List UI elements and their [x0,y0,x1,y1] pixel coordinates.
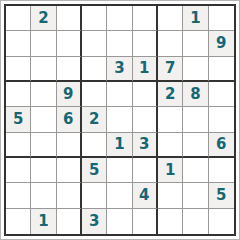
digit: 3 [139,137,149,152]
cell-r7c6[interactable] [133,158,158,183]
cell-r1c7[interactable] [158,6,183,31]
cell-r9c3[interactable] [57,209,82,234]
digit: 2 [165,87,175,102]
cell-r4c9[interactable] [209,82,234,107]
cell-r6c2[interactable] [31,133,56,158]
cell-r1c3[interactable] [57,6,82,31]
digit: 1 [139,61,149,76]
cell-r2c1[interactable] [6,31,31,56]
cell-r3c8[interactable] [183,57,208,82]
cell-r7c7[interactable]: 1 [158,158,183,183]
cell-r8c3[interactable] [57,183,82,208]
cell-r8c8[interactable] [183,183,208,208]
cell-r2c7[interactable] [158,31,183,56]
cell-r5c2[interactable] [31,107,56,132]
cell-r3c9[interactable] [209,57,234,82]
cell-r6c5[interactable]: 1 [107,133,132,158]
cell-r2c5[interactable] [107,31,132,56]
digit: 4 [139,188,149,203]
cell-r4c1[interactable] [6,82,31,107]
cell-r1c8[interactable]: 1 [183,6,208,31]
sudoku-board: 219317928562136514513 [4,4,236,236]
cell-r9c6[interactable] [133,209,158,234]
digit: 7 [165,61,175,76]
cell-r4c7[interactable]: 2 [158,82,183,107]
cell-r8c2[interactable] [31,183,56,208]
cell-r8c6[interactable]: 4 [133,183,158,208]
cell-r5c1[interactable]: 5 [6,107,31,132]
cell-r3c1[interactable] [6,57,31,82]
digit: 3 [114,61,124,76]
digit: 1 [190,11,200,26]
cell-r2c2[interactable] [31,31,56,56]
cell-r6c8[interactable] [183,133,208,158]
cell-r7c4[interactable]: 5 [82,158,107,183]
cell-r8c4[interactable] [82,183,107,208]
cell-r9c8[interactable] [183,209,208,234]
cell-r7c8[interactable] [183,158,208,183]
digit: 1 [114,137,124,152]
cell-r8c1[interactable] [6,183,31,208]
cell-r2c8[interactable] [183,31,208,56]
cell-r3c2[interactable] [31,57,56,82]
cell-r5c3[interactable]: 6 [57,107,82,132]
digit: 1 [38,214,48,229]
cell-r6c1[interactable] [6,133,31,158]
cell-r8c7[interactable] [158,183,183,208]
cell-r4c3[interactable]: 9 [57,82,82,107]
cell-r3c4[interactable] [82,57,107,82]
cell-r6c3[interactable] [57,133,82,158]
digit: 5 [13,112,23,127]
cell-r4c8[interactable]: 8 [183,82,208,107]
cell-r1c2[interactable]: 2 [31,6,56,31]
cell-r7c2[interactable] [31,158,56,183]
cell-r5c4[interactable]: 2 [82,107,107,132]
cell-r9c4[interactable]: 3 [82,209,107,234]
cell-r1c5[interactable] [107,6,132,31]
cell-r1c9[interactable] [209,6,234,31]
digit: 9 [63,87,73,102]
cell-r6c6[interactable]: 3 [133,133,158,158]
cell-r7c3[interactable] [57,158,82,183]
digit: 3 [89,214,99,229]
cell-r9c1[interactable] [6,209,31,234]
cell-r7c5[interactable] [107,158,132,183]
cell-r5c7[interactable] [158,107,183,132]
cell-r6c4[interactable] [82,133,107,158]
cell-r6c9[interactable]: 6 [209,133,234,158]
cell-r2c9[interactable]: 9 [209,31,234,56]
digit: 1 [165,163,175,178]
cell-r8c9[interactable]: 5 [209,183,234,208]
digit: 9 [216,36,226,51]
cell-r5c8[interactable] [183,107,208,132]
cell-r8c5[interactable] [107,183,132,208]
cell-r3c3[interactable] [57,57,82,82]
digit: 8 [190,87,200,102]
cell-r4c2[interactable] [31,82,56,107]
cell-r9c2[interactable]: 1 [31,209,56,234]
cell-r3c5[interactable]: 3 [107,57,132,82]
cell-r2c3[interactable] [57,31,82,56]
digit: 6 [63,112,73,127]
digit: 2 [38,11,48,26]
cell-r9c7[interactable] [158,209,183,234]
cell-r4c5[interactable] [107,82,132,107]
cell-r9c9[interactable] [209,209,234,234]
cell-r1c4[interactable] [82,6,107,31]
cell-r1c1[interactable] [6,6,31,31]
cell-r5c9[interactable] [209,107,234,132]
digit: 2 [89,112,99,127]
cell-r2c6[interactable] [133,31,158,56]
cell-r6c7[interactable] [158,133,183,158]
cell-r5c5[interactable] [107,107,132,132]
cell-r3c6[interactable]: 1 [133,57,158,82]
cell-r1c6[interactable] [133,6,158,31]
cell-r4c6[interactable] [133,82,158,107]
cell-r2c4[interactable] [82,31,107,56]
sudoku-image-frame: 219317928562136514513 [0,0,240,240]
cell-r7c9[interactable] [209,158,234,183]
digit: 5 [89,163,99,178]
cell-r4c4[interactable] [82,82,107,107]
digit: 5 [216,188,226,203]
cell-r7c1[interactable] [6,158,31,183]
cell-r3c7[interactable]: 7 [158,57,183,82]
cell-r5c6[interactable] [133,107,158,132]
cell-r9c5[interactable] [107,209,132,234]
digit: 6 [216,137,226,152]
